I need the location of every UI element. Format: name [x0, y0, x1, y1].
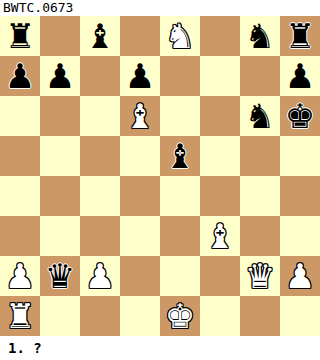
square-e4[interactable] [160, 176, 200, 216]
white-pawn-piece: ♟ [5, 256, 35, 296]
square-h4[interactable] [280, 176, 320, 216]
square-c5[interactable] [80, 136, 120, 176]
square-g3[interactable] [240, 216, 280, 256]
square-d8[interactable] [120, 16, 160, 56]
square-e3[interactable] [160, 216, 200, 256]
white-pawn-piece: ♟ [85, 256, 115, 296]
square-h2[interactable]: ♟ [280, 256, 320, 296]
square-c7[interactable] [80, 56, 120, 96]
black-bishop-piece: ♝ [85, 16, 115, 56]
square-e2[interactable] [160, 256, 200, 296]
black-pawn-piece: ♟ [5, 56, 35, 96]
square-c2[interactable]: ♟ [80, 256, 120, 296]
square-f2[interactable] [200, 256, 240, 296]
square-a4[interactable] [0, 176, 40, 216]
square-f4[interactable] [200, 176, 240, 216]
white-rook-piece: ♜ [5, 296, 35, 336]
square-h5[interactable] [280, 136, 320, 176]
square-b6[interactable] [40, 96, 80, 136]
square-a1[interactable]: ♜ [0, 296, 40, 336]
square-g6[interactable]: ♞ [240, 96, 280, 136]
square-f3[interactable]: ♝ [200, 216, 240, 256]
white-queen-piece: ♛ [245, 256, 275, 296]
square-h1[interactable] [280, 296, 320, 336]
white-bishop-piece: ♝ [205, 216, 235, 256]
square-a8[interactable]: ♜ [0, 16, 40, 56]
square-b5[interactable] [40, 136, 80, 176]
black-rook-piece: ♜ [285, 16, 315, 56]
square-g5[interactable] [240, 136, 280, 176]
square-d5[interactable] [120, 136, 160, 176]
square-e6[interactable] [160, 96, 200, 136]
square-d6[interactable]: ♝ [120, 96, 160, 136]
square-f6[interactable] [200, 96, 240, 136]
square-b2[interactable]: ♛ [40, 256, 80, 296]
square-a3[interactable] [0, 216, 40, 256]
square-b8[interactable] [40, 16, 80, 56]
diagram-title: BWTC.0673 [3, 0, 73, 16]
square-a5[interactable] [0, 136, 40, 176]
square-d1[interactable] [120, 296, 160, 336]
square-g4[interactable] [240, 176, 280, 216]
square-f7[interactable] [200, 56, 240, 96]
square-d4[interactable] [120, 176, 160, 216]
square-b7[interactable]: ♟ [40, 56, 80, 96]
square-b3[interactable] [40, 216, 80, 256]
black-knight-piece: ♞ [245, 16, 275, 56]
square-c8[interactable]: ♝ [80, 16, 120, 56]
footer-bar: 1. ? [0, 336, 320, 360]
square-f1[interactable] [200, 296, 240, 336]
black-bishop-piece: ♝ [165, 136, 195, 176]
square-h7[interactable]: ♟ [280, 56, 320, 96]
chess-board: ♜♝♞♞♜♟♟♟♟♝♞♚♝♝♟♛♟♛♟♜♚ [0, 16, 320, 336]
square-d7[interactable]: ♟ [120, 56, 160, 96]
square-e1[interactable]: ♚ [160, 296, 200, 336]
title-bar: BWTC.0673 [0, 0, 320, 16]
square-c3[interactable] [80, 216, 120, 256]
square-c4[interactable] [80, 176, 120, 216]
white-knight-piece: ♞ [165, 16, 195, 56]
square-d3[interactable] [120, 216, 160, 256]
square-h3[interactable] [280, 216, 320, 256]
square-g2[interactable]: ♛ [240, 256, 280, 296]
square-c1[interactable] [80, 296, 120, 336]
square-h6[interactable]: ♚ [280, 96, 320, 136]
square-e8[interactable]: ♞ [160, 16, 200, 56]
black-pawn-piece: ♟ [285, 56, 315, 96]
white-pawn-piece: ♟ [285, 256, 315, 296]
square-f8[interactable] [200, 16, 240, 56]
square-a7[interactable]: ♟ [0, 56, 40, 96]
black-pawn-piece: ♟ [45, 56, 75, 96]
white-king-piece: ♚ [165, 296, 195, 336]
square-g8[interactable]: ♞ [240, 16, 280, 56]
square-b1[interactable] [40, 296, 80, 336]
square-a6[interactable] [0, 96, 40, 136]
square-f5[interactable] [200, 136, 240, 176]
black-pawn-piece: ♟ [125, 56, 155, 96]
square-c6[interactable] [80, 96, 120, 136]
move-prompt: 1. ? [8, 336, 42, 360]
square-h8[interactable]: ♜ [280, 16, 320, 56]
square-b4[interactable] [40, 176, 80, 216]
white-bishop-piece: ♝ [125, 96, 155, 136]
square-d2[interactable] [120, 256, 160, 296]
square-a2[interactable]: ♟ [0, 256, 40, 296]
square-e5[interactable]: ♝ [160, 136, 200, 176]
black-queen-piece: ♛ [45, 256, 75, 296]
square-g1[interactable] [240, 296, 280, 336]
black-knight-piece: ♞ [245, 96, 275, 136]
square-g7[interactable] [240, 56, 280, 96]
square-e7[interactable] [160, 56, 200, 96]
black-king-piece: ♚ [285, 96, 315, 136]
black-rook-piece: ♜ [5, 16, 35, 56]
